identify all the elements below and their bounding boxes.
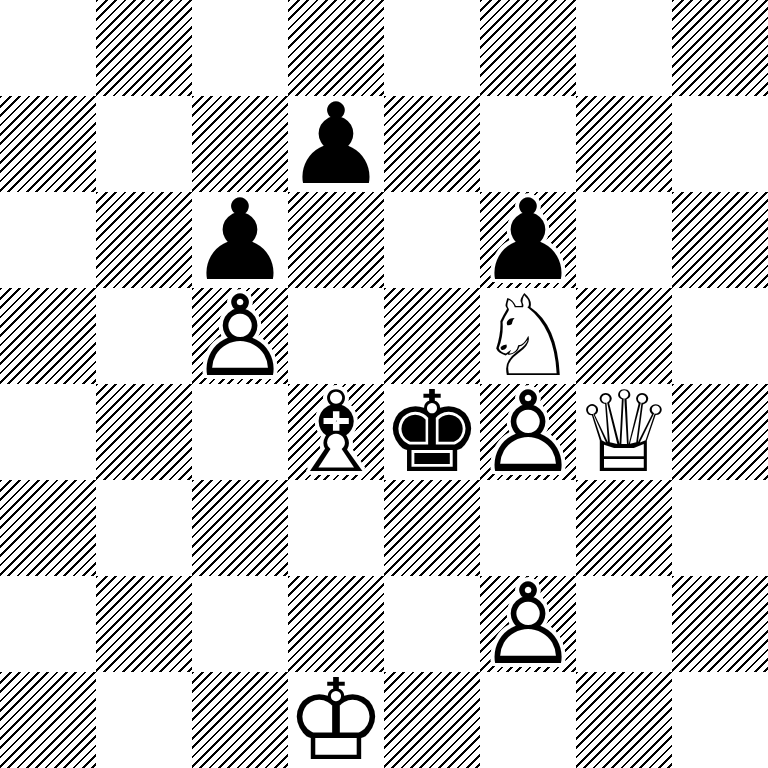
square-b4[interactable] (96, 384, 192, 480)
square-b7[interactable] (96, 96, 192, 192)
piece-white-pawn: ♙ (480, 576, 576, 672)
square-h1[interactable] (672, 672, 768, 768)
chess-board: ♟♟♟♟♟♟♟♙♞♘♝♗♚♚♟♙♛♕♟♙♚♔ (0, 0, 768, 768)
square-h6[interactable] (672, 192, 768, 288)
square-b3[interactable] (96, 480, 192, 576)
square-f4[interactable]: ♟♙ (480, 384, 576, 480)
piece-black-king: ♚ (384, 384, 480, 480)
square-b2[interactable] (96, 576, 192, 672)
square-a3[interactable] (0, 480, 96, 576)
square-g8[interactable] (576, 0, 672, 96)
square-g6[interactable] (576, 192, 672, 288)
square-d4[interactable]: ♝♗ (288, 384, 384, 480)
square-c5[interactable]: ♟♙ (192, 288, 288, 384)
square-a8[interactable] (0, 0, 96, 96)
square-a1[interactable] (0, 672, 96, 768)
piece-white-pawn: ♙ (480, 384, 576, 480)
piece-black-pawn: ♟ (288, 96, 384, 192)
square-d1[interactable]: ♚♔ (288, 672, 384, 768)
square-h4[interactable] (672, 384, 768, 480)
square-b6[interactable] (96, 192, 192, 288)
square-c8[interactable] (192, 0, 288, 96)
square-g1[interactable] (576, 672, 672, 768)
square-e4[interactable]: ♚♚ (384, 384, 480, 480)
square-b5[interactable] (96, 288, 192, 384)
square-c3[interactable] (192, 480, 288, 576)
square-f2[interactable]: ♟♙ (480, 576, 576, 672)
square-c1[interactable] (192, 672, 288, 768)
square-h7[interactable] (672, 96, 768, 192)
square-a6[interactable] (0, 192, 96, 288)
square-g7[interactable] (576, 96, 672, 192)
square-a7[interactable] (0, 96, 96, 192)
piece-white-queen: ♕ (576, 384, 672, 480)
square-h2[interactable] (672, 576, 768, 672)
square-f8[interactable] (480, 0, 576, 96)
square-a4[interactable] (0, 384, 96, 480)
square-g4[interactable]: ♛♕ (576, 384, 672, 480)
square-a5[interactable] (0, 288, 96, 384)
square-e3[interactable] (384, 480, 480, 576)
square-e1[interactable] (384, 672, 480, 768)
square-d6[interactable] (288, 192, 384, 288)
square-f1[interactable] (480, 672, 576, 768)
square-a2[interactable] (0, 576, 96, 672)
square-b8[interactable] (96, 0, 192, 96)
square-h5[interactable] (672, 288, 768, 384)
piece-white-king: ♔ (288, 672, 384, 768)
piece-white-pawn: ♙ (192, 288, 288, 384)
square-e6[interactable] (384, 192, 480, 288)
square-d3[interactable] (288, 480, 384, 576)
square-g3[interactable] (576, 480, 672, 576)
square-e2[interactable] (384, 576, 480, 672)
square-d7[interactable]: ♟♟ (288, 96, 384, 192)
square-h8[interactable] (672, 0, 768, 96)
piece-white-bishop: ♗ (288, 384, 384, 480)
square-h3[interactable] (672, 480, 768, 576)
square-e7[interactable] (384, 96, 480, 192)
square-b1[interactable] (96, 672, 192, 768)
square-e8[interactable] (384, 0, 480, 96)
square-c4[interactable] (192, 384, 288, 480)
square-c2[interactable] (192, 576, 288, 672)
square-g2[interactable] (576, 576, 672, 672)
